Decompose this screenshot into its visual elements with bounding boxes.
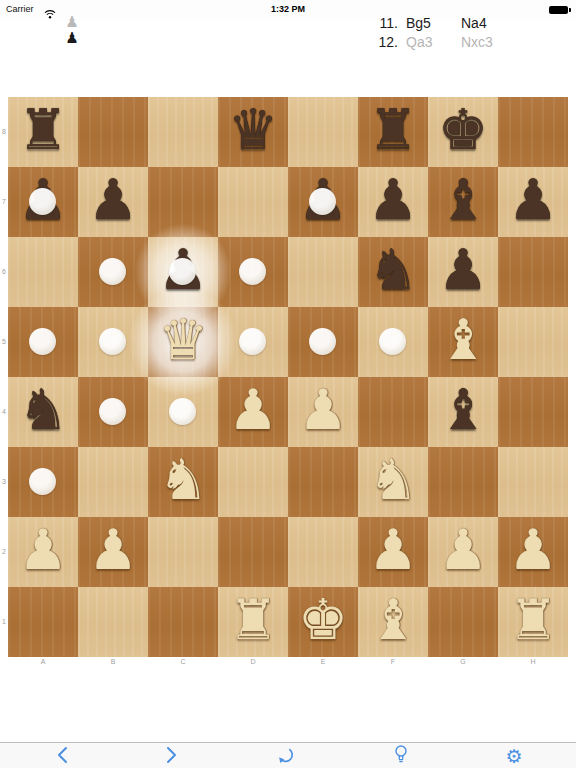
legal-move-dot (99, 328, 126, 355)
square-c6[interactable]: ♟ (148, 237, 218, 307)
move-number: 12. (356, 33, 398, 52)
move-row-11: 11. Bg5 Na4 (356, 14, 531, 33)
piece-black-pawn: ♟ (8, 167, 78, 237)
legal-move-dot (239, 258, 266, 285)
square-g7[interactable]: ♝ (428, 167, 498, 237)
move-list: 11. Bg5 Na4 12. Qa3 Nxc3 (356, 14, 531, 52)
piece-black-rook: ♜ (358, 97, 428, 167)
piece-white-king: ♚ (288, 587, 358, 657)
square-e5[interactable] (288, 307, 358, 377)
legal-move-dot (309, 328, 336, 355)
square-g5[interactable]: ♝ (428, 307, 498, 377)
square-h8[interactable] (498, 97, 568, 167)
legal-move-dot (169, 258, 196, 285)
chevron-left-icon (55, 745, 69, 768)
take-back-button[interactable] (263, 743, 307, 768)
square-g8[interactable]: ♚ (428, 97, 498, 167)
app-screen: Carrier 1:32 PM ♟ ♟ 11. Bg5 Na4 12. Qa3 … (0, 0, 576, 768)
square-c3[interactable]: ♞ (148, 447, 218, 517)
piece-black-bishop: ♝ (428, 377, 498, 447)
square-a5[interactable] (8, 307, 78, 377)
legal-move-dot (99, 258, 126, 285)
piece-white-pawn: ♟ (428, 517, 498, 587)
square-h4[interactable] (498, 377, 568, 447)
rank-label-3: 3 (0, 447, 8, 517)
square-b8[interactable] (78, 97, 148, 167)
status-time: 1:32 PM (0, 4, 576, 14)
square-h2[interactable]: ♟ (498, 517, 568, 587)
piece-black-pawn: ♟ (288, 167, 358, 237)
battery-icon (549, 6, 568, 14)
square-d2[interactable] (218, 517, 288, 587)
square-d3[interactable] (218, 447, 288, 517)
file-label-f: F (358, 657, 428, 667)
rank-label-4: 4 (0, 377, 8, 447)
piece-white-bishop: ♝ (358, 587, 428, 657)
piece-black-rook: ♜ (8, 97, 78, 167)
legal-move-dot (29, 328, 56, 355)
piece-black-pawn: ♟ (428, 237, 498, 307)
settings-button[interactable]: ⚙ (492, 743, 536, 768)
square-f8[interactable]: ♜ (358, 97, 428, 167)
file-label-e: E (288, 657, 358, 667)
gear-icon: ⚙ (505, 743, 522, 768)
piece-black-pawn: ♟ (78, 167, 148, 237)
square-g2[interactable]: ♟ (428, 517, 498, 587)
piece-black-pawn: ♟ (358, 167, 428, 237)
piece-white-pawn: ♟ (358, 517, 428, 587)
captured-black-pawn-icon: ♟ (63, 30, 81, 46)
square-g4[interactable]: ♝ (428, 377, 498, 447)
square-a3[interactable] (8, 447, 78, 517)
square-b3[interactable] (78, 447, 148, 517)
square-e4[interactable]: ♟ (288, 377, 358, 447)
piece-white-pawn: ♟ (498, 517, 568, 587)
legal-move-dot (29, 468, 56, 495)
move-black[interactable]: Nxc3 (461, 33, 531, 52)
square-b5[interactable] (78, 307, 148, 377)
file-label-a: A (8, 657, 78, 667)
piece-black-pawn: ♟ (498, 167, 568, 237)
square-b6[interactable] (78, 237, 148, 307)
rank-label-8: 8 (0, 97, 8, 167)
legal-move-dot (169, 398, 196, 425)
square-e7[interactable]: ♟ (288, 167, 358, 237)
square-c5[interactable]: ♛ (148, 307, 218, 377)
piece-black-bishop: ♝ (428, 167, 498, 237)
square-e3[interactable] (288, 447, 358, 517)
piece-black-king: ♚ (428, 97, 498, 167)
square-d6[interactable] (218, 237, 288, 307)
file-label-c: C (148, 657, 218, 667)
square-h1[interactable]: ♜ (498, 587, 568, 657)
square-a8[interactable]: ♜ (8, 97, 78, 167)
legal-move-dot (309, 188, 336, 215)
rank-label-2: 2 (0, 517, 8, 587)
piece-black-knight: ♞ (358, 237, 428, 307)
square-c8[interactable] (148, 97, 218, 167)
square-b4[interactable] (78, 377, 148, 447)
square-h6[interactable] (498, 237, 568, 307)
square-c4[interactable] (148, 377, 218, 447)
move-row-12: 12. Qa3 Nxc3 (356, 33, 531, 52)
square-a6[interactable] (8, 237, 78, 307)
legal-move-dot (29, 188, 56, 215)
legal-move-dot (379, 328, 406, 355)
square-d7[interactable] (218, 167, 288, 237)
square-e8[interactable] (288, 97, 358, 167)
captured-pieces-tray: ♟ ♟ (63, 14, 81, 46)
square-c7[interactable] (148, 167, 218, 237)
square-a4[interactable]: ♞ (8, 377, 78, 447)
piece-white-pawn: ♟ (218, 377, 288, 447)
piece-white-pawn: ♟ (288, 377, 358, 447)
file-label-d: D (218, 657, 288, 667)
board: ♜♛♜♚♟♟♟♟♝♟♟♞♟♛♝♞♟♟♝♞♞♟♟♟♟♟♜♚♝♜ (8, 97, 568, 657)
bottom-toolbar: ⚙ (0, 742, 576, 768)
lightbulb-icon (394, 744, 408, 768)
square-c1[interactable] (148, 587, 218, 657)
piece-white-pawn: ♟ (78, 517, 148, 587)
piece-white-rook: ♜ (498, 587, 568, 657)
captured-white-pawn-icon: ♟ (63, 14, 81, 30)
square-g1[interactable] (428, 587, 498, 657)
piece-black-pawn: ♟ (148, 237, 218, 307)
square-f5[interactable] (358, 307, 428, 377)
rank-label-5: 5 (0, 307, 8, 377)
piece-white-rook: ♜ (218, 587, 288, 657)
undo-rotate-icon (275, 745, 295, 768)
rank-label-7: 7 (0, 167, 8, 237)
square-c2[interactable] (148, 517, 218, 587)
file-label-h: H (498, 657, 568, 667)
square-h5[interactable] (498, 307, 568, 377)
square-f1[interactable]: ♝ (358, 587, 428, 657)
square-g6[interactable]: ♟ (428, 237, 498, 307)
chevron-right-icon (165, 745, 179, 768)
file-label-g: G (428, 657, 498, 667)
move-black[interactable]: Na4 (461, 14, 531, 33)
piece-white-pawn: ♟ (8, 517, 78, 587)
file-label-b: B (78, 657, 148, 667)
rank-label-1: 1 (0, 587, 8, 657)
piece-white-bishop: ♝ (428, 307, 498, 377)
square-b2[interactable]: ♟ (78, 517, 148, 587)
square-d4[interactable]: ♟ (218, 377, 288, 447)
move-white[interactable]: Bg5 (406, 14, 461, 33)
square-h7[interactable]: ♟ (498, 167, 568, 237)
square-e2[interactable] (288, 517, 358, 587)
piece-white-knight: ♞ (358, 447, 428, 517)
square-f3[interactable]: ♞ (358, 447, 428, 517)
back-button[interactable] (40, 743, 84, 768)
square-d5[interactable] (218, 307, 288, 377)
square-e6[interactable] (288, 237, 358, 307)
square-e1[interactable]: ♚ (288, 587, 358, 657)
square-a7[interactable]: ♟ (8, 167, 78, 237)
square-b7[interactable]: ♟ (78, 167, 148, 237)
square-b1[interactable] (78, 587, 148, 657)
legal-move-dot (239, 328, 266, 355)
move-white[interactable]: Qa3 (406, 33, 461, 52)
rank-label-6: 6 (0, 237, 8, 307)
square-f2[interactable]: ♟ (358, 517, 428, 587)
square-g3[interactable] (428, 447, 498, 517)
square-f4[interactable] (358, 377, 428, 447)
square-a1[interactable] (8, 587, 78, 657)
piece-black-queen: ♛ (218, 97, 288, 167)
piece-black-knight: ♞ (8, 377, 78, 447)
move-number: 11. (356, 14, 398, 33)
square-f6[interactable]: ♞ (358, 237, 428, 307)
hint-button[interactable] (379, 743, 423, 768)
square-d8[interactable]: ♛ (218, 97, 288, 167)
forward-button[interactable] (150, 743, 194, 768)
square-a2[interactable]: ♟ (8, 517, 78, 587)
square-d1[interactable]: ♜ (218, 587, 288, 657)
legal-move-dot (99, 398, 126, 425)
piece-white-queen: ♛ (148, 307, 218, 377)
square-f7[interactable]: ♟ (358, 167, 428, 237)
piece-white-knight: ♞ (148, 447, 218, 517)
square-h3[interactable] (498, 447, 568, 517)
